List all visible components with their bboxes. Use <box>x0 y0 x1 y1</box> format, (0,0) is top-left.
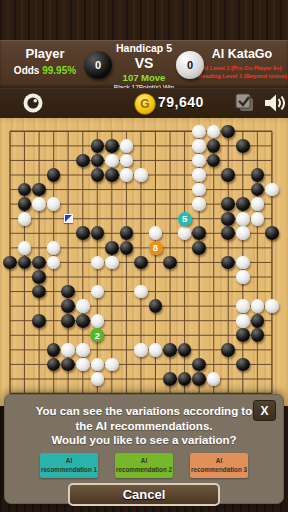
stone-black <box>178 372 192 386</box>
stone-black <box>207 139 221 153</box>
stone-black <box>251 168 265 182</box>
stone-white <box>134 285 148 299</box>
stone-white <box>236 299 250 313</box>
stone-black <box>163 256 177 270</box>
coin-amount: 79,640 <box>158 94 204 110</box>
stone-white <box>236 270 250 284</box>
ai-name: AI KataGo <box>198 47 286 61</box>
ai-level-line2: Reading Level 1 (Beyond vision) <box>198 72 286 80</box>
stone-white <box>120 168 134 182</box>
stone-black <box>221 343 235 357</box>
player-odds: Odds 99.95% <box>6 65 84 76</box>
stone-black <box>76 154 90 168</box>
eye-icon[interactable] <box>20 92 46 114</box>
white-captures-stone: 0 <box>176 51 204 79</box>
match-info: Handicap 5 VS 107 Move Black 17Point(s) … <box>104 43 184 92</box>
stone-black <box>251 314 265 328</box>
speaker-icon[interactable] <box>263 92 285 114</box>
stone-black <box>105 241 119 255</box>
ai-recommendation-1-button[interactable]: AIrecommendation 1 <box>40 453 98 478</box>
stone-black <box>236 358 250 372</box>
stone-black <box>221 256 235 270</box>
dialog-line3: Would you like to see a variation? <box>5 433 283 448</box>
stone-black <box>3 256 17 270</box>
stone-white <box>91 372 105 386</box>
stone-black <box>236 328 250 342</box>
ai-info: AI KataGo AI Level 1 (Pro Go Player 9+) … <box>198 47 286 81</box>
stone-black <box>47 168 61 182</box>
odds-label: Odds <box>14 65 40 76</box>
stone-black <box>134 256 148 270</box>
cancel-button[interactable]: Cancel <box>68 483 220 506</box>
toolbar: G 79,640 <box>0 88 288 118</box>
stone-black <box>251 328 265 342</box>
match-header: Player Odds 99.95% Handicap 5 VS 107 Mov… <box>0 40 288 88</box>
stone-black <box>236 139 250 153</box>
black-captures-stone: 0 <box>84 51 112 79</box>
dialog-message: You can see the variations according to … <box>5 404 283 448</box>
player-name: Player <box>6 46 84 61</box>
app-screen: Player Odds 99.95% Handicap 5 VS 107 Mov… <box>0 0 288 512</box>
stone-white <box>192 154 206 168</box>
stone-black <box>163 343 177 357</box>
stone-white <box>32 197 46 211</box>
stone-black <box>91 168 105 182</box>
odds-value: 99.95% <box>42 65 76 76</box>
stone-white <box>134 168 148 182</box>
stone-black <box>120 226 134 240</box>
dialog-line2: the AI recommendations. <box>5 419 283 434</box>
stone-black <box>192 226 206 240</box>
stone-white <box>192 125 206 139</box>
ai-recommendation-marker-5[interactable]: 5 <box>178 212 192 226</box>
stone-black <box>221 226 235 240</box>
ai-recommendation-3-button[interactable]: AIrecommendation 3 <box>190 453 248 478</box>
stone-white <box>192 139 206 153</box>
stone-black <box>105 168 119 182</box>
last-move-triangle-marker <box>64 214 73 223</box>
variation-dialog: You can see the variations according to … <box>4 394 284 504</box>
ai-level-line1: AI Level 1 (Pro Go Player 9+) <box>198 64 286 72</box>
player-info: Player Odds 99.95% <box>6 46 84 76</box>
top-background <box>0 0 288 40</box>
stone-white <box>76 358 90 372</box>
stone-black <box>91 139 105 153</box>
stone-white <box>18 212 32 226</box>
stone-white <box>192 197 206 211</box>
stone-black <box>32 256 46 270</box>
white-captures-count: 0 <box>187 59 193 71</box>
stone-white <box>192 168 206 182</box>
stone-black <box>221 125 235 139</box>
stone-black <box>32 183 46 197</box>
stone-white <box>251 299 265 313</box>
stone-white <box>236 256 250 270</box>
recommendation-buttons: AIrecommendation 1 AIrecommendation 2 AI… <box>40 453 248 478</box>
stone-black <box>163 372 177 386</box>
stone-white <box>76 343 90 357</box>
stone-white <box>105 358 119 372</box>
stone-white <box>105 154 119 168</box>
stone-white <box>61 343 75 357</box>
black-captures-count: 0 <box>95 59 101 71</box>
stone-white <box>236 212 250 226</box>
stone-black <box>221 212 235 226</box>
stone-black <box>61 299 75 313</box>
stone-black <box>47 343 61 357</box>
ai-recommendation-2-button[interactable]: AIrecommendation 2 <box>115 453 173 478</box>
stone-black <box>105 139 119 153</box>
stone-white <box>251 197 265 211</box>
stone-black <box>265 226 279 240</box>
stone-black <box>32 314 46 328</box>
coin-icon: G <box>134 93 156 115</box>
vs-label: VS <box>104 56 184 70</box>
stone-black <box>192 372 206 386</box>
stone-white <box>251 212 265 226</box>
stone-black <box>76 226 90 240</box>
stone-white <box>91 314 105 328</box>
go-board[interactable]: 582 <box>0 118 288 406</box>
ai-levels: AI Level 1 (Pro Go Player 9+) Reading Le… <box>198 64 286 81</box>
stone-white <box>120 139 134 153</box>
ai-recommendation-marker-8[interactable]: 8 <box>149 241 163 255</box>
stone-black <box>120 241 134 255</box>
stone-black <box>178 343 192 357</box>
stone-white <box>134 343 148 357</box>
stone-white <box>149 343 163 357</box>
stone-black <box>61 358 75 372</box>
dialog-line1: You can see the variations according to <box>5 404 283 419</box>
stone-white <box>236 314 250 328</box>
stone-white <box>18 241 32 255</box>
stone-white <box>105 256 119 270</box>
stone-black <box>221 168 235 182</box>
stone-black <box>32 270 46 284</box>
stone-black <box>236 197 250 211</box>
stone-black <box>91 226 105 240</box>
stone-black <box>76 314 90 328</box>
coin-letter: G <box>140 97 149 111</box>
handicap-label: Handicap 5 <box>104 43 184 54</box>
move-count: 107 Move <box>104 73 184 83</box>
close-icon[interactable]: X <box>253 400 276 421</box>
stone-black <box>149 299 163 313</box>
stone-white <box>236 226 250 240</box>
stone-white <box>265 183 279 197</box>
stone-black <box>61 314 75 328</box>
checkbox-icon[interactable] <box>234 92 256 114</box>
stone-black <box>221 197 235 211</box>
stone-white <box>265 299 279 313</box>
stone-white <box>76 299 90 313</box>
stone-black <box>192 358 206 372</box>
stone-black <box>32 285 46 299</box>
stone-white <box>47 241 61 255</box>
stone-black <box>192 241 206 255</box>
